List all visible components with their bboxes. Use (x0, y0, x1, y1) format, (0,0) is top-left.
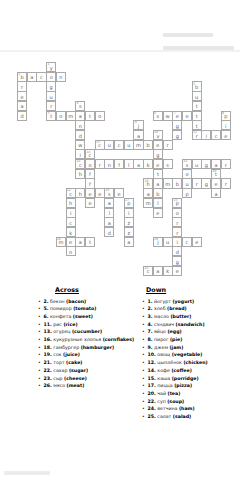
grid-cell: b (143, 140, 153, 150)
across-header: Across (55, 286, 135, 294)
cell-letter: n (105, 161, 113, 169)
grid-cell: 14c (85, 149, 95, 159)
grid-cell: d (75, 130, 85, 140)
cell-letter: r (47, 102, 55, 110)
grid-cell: 9j (133, 120, 143, 130)
cell-letter: u (183, 180, 191, 188)
cell-letter: p (222, 112, 230, 120)
grid-cell: t (85, 237, 95, 247)
grid-cell: h (66, 198, 76, 208)
grid-cell: c (182, 237, 192, 247)
cell-letter: k (67, 229, 75, 237)
clue-answer: (ham) (179, 406, 195, 411)
clue-item: •19. сок (juice) (38, 352, 135, 358)
clue-number: 12. (148, 360, 156, 365)
cell-letter: g (173, 122, 181, 130)
cell-letter: l (125, 161, 133, 169)
clue-number: 20. (148, 391, 156, 396)
clue-item: •22. суп (soup) (142, 399, 239, 405)
clue-item: •8. пирог (pie) (142, 337, 239, 343)
clue-number: 4. (148, 322, 153, 327)
clue-number: 6. (44, 314, 49, 319)
grid-cell: a (17, 101, 27, 111)
grid-cell: 6s (153, 111, 163, 121)
clue-text: 22. сахар (sugar) (44, 368, 136, 374)
cell-letter: o (47, 73, 55, 81)
clue-answer: (cornflakes) (103, 337, 135, 342)
clue-number: 18. (44, 345, 52, 350)
grid-cell: m (163, 178, 173, 188)
grid-cell: l (124, 159, 134, 169)
clue-answer: (bread) (167, 306, 187, 311)
grid-cell: d (17, 111, 27, 121)
cell-letter: c (96, 141, 104, 149)
clue-answer: (sweet) (73, 314, 93, 319)
cell-letter: a (212, 161, 220, 169)
grid-cell: h (75, 169, 85, 179)
cell-letter: a (125, 238, 133, 246)
grid-cell: 12c (66, 188, 76, 198)
cell-letter: t (86, 238, 94, 246)
clue-answer: (bacon) (66, 299, 86, 304)
clue-number: 21. (44, 360, 52, 365)
cell-letter: f (86, 170, 94, 178)
clue-item: •24. ветчина (ham) (142, 406, 239, 412)
grid-cell: 26m (56, 237, 66, 247)
cell-letter: a (105, 199, 113, 207)
clue-item: •21. торт (cake) (38, 360, 135, 366)
clue-answer: (sandwich) (176, 322, 205, 327)
grid-cell: o (46, 72, 56, 82)
clue-answer: (pizza) (174, 383, 192, 388)
grid-cell: a (75, 111, 85, 121)
cell-letter: c (86, 151, 94, 159)
cell-letter: c (67, 219, 75, 227)
cell-letter: l (105, 209, 113, 217)
clue-answer: (cucumber) (72, 329, 102, 334)
cell-letter: f (86, 180, 94, 188)
clue-item: •11. рис (rice) (38, 322, 135, 328)
grid-cell: n (75, 120, 85, 130)
grid-cell: u (192, 159, 202, 169)
grid-cell: m (133, 140, 143, 150)
grid-cell: t (85, 111, 95, 121)
cell-letter: r (193, 180, 201, 188)
cell-letter: s (76, 102, 84, 110)
cell-letter: a (28, 73, 36, 81)
cell-letter: r (173, 229, 181, 237)
cell-letter: z (125, 229, 133, 237)
cell-letter: c (76, 161, 84, 169)
grid-cell: c (114, 140, 124, 150)
grid-cell: u (104, 140, 114, 150)
grid-cell: u (192, 91, 202, 101)
grid-cell: 5t (46, 111, 56, 121)
cell-letter: n (67, 248, 75, 256)
clue-text: 13. огурец (cucumber) (44, 329, 136, 335)
clue-answer: (yogurt) (172, 299, 194, 304)
cell-letter: p (173, 199, 181, 207)
grid-cell: t (153, 169, 163, 179)
cell-letter: e (193, 238, 201, 246)
grid-cell: a (75, 237, 85, 247)
clue-answer: (cheese) (64, 376, 87, 381)
clue-item: •15. каша (porridge) (142, 376, 239, 382)
cell-letter: u (47, 93, 55, 101)
grid-cell: z (124, 227, 134, 237)
clue-answer: (cake) (66, 360, 82, 365)
grid-cell: f (85, 169, 95, 179)
grid-cell: r (192, 178, 202, 188)
cell-letter: e (86, 190, 94, 198)
cell-letter: a (134, 161, 142, 169)
cell-letter: a (144, 190, 152, 198)
cell-letter: m (134, 141, 142, 149)
clue-item: •17. пицца (pizza) (142, 383, 239, 389)
cell-letter: e (18, 93, 26, 101)
cell-letter: u (164, 238, 172, 246)
cell-letter: r (222, 180, 230, 188)
clue-item: •12. цыплёнок (chicken) (142, 360, 239, 366)
cell-letter: b (144, 141, 152, 149)
cell-letter: g (173, 258, 181, 266)
clue-number: 3. (148, 314, 153, 319)
cell-letter: j (134, 122, 142, 130)
cell-letter: g (202, 161, 210, 169)
cell-letter: c (37, 73, 45, 81)
clue-item: •7. яйцо (egg) (142, 329, 239, 335)
grid-cell: i (172, 237, 182, 247)
grid-cell: c (36, 72, 46, 82)
grid-cell: l (104, 208, 114, 218)
cell-letter: h (76, 190, 84, 198)
grid-cell: a (211, 159, 221, 169)
cell-letter: s (154, 112, 162, 120)
clue-number: 9. (148, 345, 153, 350)
cell-letter: e (115, 190, 123, 198)
cell-letter: i (67, 209, 75, 217)
cell-letter: i (76, 151, 84, 159)
clue-number: 24. (148, 406, 156, 411)
across-clues: Across •2. бекон (bacon)•5. помидор (tom… (38, 286, 135, 391)
grid-cell: a (27, 72, 37, 82)
cell-letter: t (193, 122, 201, 130)
grid-cell: e (66, 237, 76, 247)
cell-letter: m (144, 199, 152, 207)
clue-text: 17. пицца (pizza) (148, 383, 240, 389)
clue-answer: (pie) (170, 337, 182, 342)
grid-cell: t (192, 111, 202, 121)
grid-cell: 3b (192, 81, 202, 91)
cell-letter: c (183, 238, 191, 246)
grid-cell: o (56, 111, 66, 121)
grid-cell: e (153, 159, 163, 169)
cell-letter: b (193, 83, 201, 91)
cell-letter: d (105, 229, 113, 237)
clue-answer: (porridge) (172, 376, 199, 381)
clue-answer: (chicken) (183, 360, 207, 365)
clue-number: 1. (148, 299, 153, 304)
grid-cell: o (85, 159, 95, 169)
cell-letter: g (47, 83, 55, 91)
clue-number: 11. (44, 322, 52, 327)
clue-item: •1. йогурт (yogurt) (142, 299, 239, 305)
cell-letter: o (183, 170, 191, 178)
grid-cell: z (124, 217, 134, 227)
clue-number: 25. (148, 414, 156, 419)
cell-letter: h (67, 199, 75, 207)
clue-text: 20. чай (tea) (148, 391, 240, 397)
cell-letter: z (125, 219, 133, 227)
cell-letter: a (18, 102, 26, 110)
clue-text: 6. конфета (sweet) (44, 314, 136, 320)
grid-cell: 11r (192, 130, 202, 140)
clue-text: 15. каша (porridge) (148, 376, 240, 382)
grid-cell: s (163, 159, 173, 169)
cell-letter: e (67, 238, 75, 246)
grid-cell: a (104, 217, 114, 227)
clue-text: 3. масло (butter) (148, 314, 240, 320)
grid-cell: u (163, 237, 173, 247)
cell-letter: r (173, 219, 181, 227)
grid-cell: c (211, 130, 221, 140)
grid-cell: a (133, 130, 143, 140)
grid-cell: i (221, 120, 231, 130)
clue-item: •16. кукурузные хлопья (cornflakes) (38, 337, 135, 343)
clue-answer: (hamburger) (81, 345, 115, 350)
grid-cell: e (211, 178, 221, 188)
clue-item: •18. гамбургер (hamburger) (38, 345, 135, 351)
grid-cell: f (114, 159, 124, 169)
clue-item: •20. чай (tea) (142, 391, 239, 397)
grid-cell: e (114, 188, 124, 198)
clue-item: •4. сэндвич (sandwich) (142, 322, 239, 328)
clue-answer: (vegetable) (172, 352, 203, 357)
grid-cell: t (192, 120, 202, 130)
grid-cell: h (75, 188, 85, 198)
clue-number: 14. (148, 368, 156, 373)
cell-letter: b (154, 190, 162, 198)
cell-letter: a (105, 219, 113, 227)
cell-letter: s (105, 190, 113, 198)
cell-letter: s (164, 161, 172, 169)
grid-cell: 4s (75, 101, 85, 111)
grid-cell: a (104, 198, 114, 208)
grid-cell: n (104, 159, 114, 169)
grid-cell: u (182, 178, 192, 188)
cell-letter: g (202, 180, 210, 188)
cell-letter: c (144, 267, 152, 275)
cell-letter: k (164, 267, 172, 275)
cell-letter: v (154, 132, 162, 140)
crossword-grid: 1y2baconrg3beuuar4std5tomato6sw7eet8pn9j… (0, 0, 240, 300)
cell-letter: n (57, 73, 65, 81)
clue-text: 8. пирог (pie) (148, 337, 240, 343)
clue-answer: (soup) (167, 399, 184, 404)
clue-text: 14. кофе (coffee) (148, 368, 240, 374)
grid-cell: e (221, 130, 231, 140)
clue-text: 22. суп (soup) (148, 399, 240, 405)
clue-item: •2. бекон (bacon) (38, 299, 135, 305)
cell-letter: m (164, 180, 172, 188)
grid-cell: n (56, 72, 66, 82)
cell-letter: t (193, 102, 201, 110)
cell-letter: e (154, 141, 162, 149)
cell-letter: o (173, 209, 181, 217)
grid-cell: 7e (172, 111, 182, 121)
cell-letter: y (47, 64, 55, 72)
cell-letter: p (183, 190, 191, 198)
cell-letter: o (57, 112, 65, 120)
cell-letter: w (164, 112, 172, 120)
cell-letter: b (173, 180, 181, 188)
grid-cell: r (221, 159, 231, 169)
cell-letter: u (193, 161, 201, 169)
grid-cell: o (95, 111, 105, 121)
grid-cell: m (66, 111, 76, 121)
grid-cell: b (153, 188, 163, 198)
grid-cell: r (172, 217, 182, 227)
clue-number: 22. (44, 368, 52, 373)
cell-letter: j (154, 238, 162, 246)
cell-letter: m (57, 238, 65, 246)
worksheet-page: { "game": "crossword", "language": "Russ… (0, 0, 240, 480)
grid-cell: n (66, 246, 76, 256)
grid-cell: g (201, 178, 211, 188)
grid-cell: o (172, 208, 182, 218)
grid-cell: 1y (46, 62, 56, 72)
grid-cell: a (143, 188, 153, 198)
clue-number: 5. (44, 306, 49, 311)
clue-number: 22. (148, 399, 156, 404)
clue-number: 2. (148, 306, 153, 311)
down-header: Down (146, 286, 239, 294)
cell-letter: c (67, 190, 75, 198)
grid-cell: e (172, 266, 182, 276)
cell-letter: d (76, 132, 84, 140)
clue-text: 21. торт (cake) (44, 360, 136, 366)
grid-cell: e (192, 237, 202, 247)
grid-cell: r (221, 178, 231, 188)
cell-letter: w (76, 141, 84, 149)
clue-item: •2. хлеб (bread) (142, 306, 239, 312)
cell-letter: c (212, 132, 220, 140)
clue-text: 10. овощ (vegetable) (148, 352, 240, 358)
cell-letter: u (105, 141, 113, 149)
cell-letter: g (173, 132, 181, 140)
cell-letter: s (183, 161, 191, 169)
grid-cell: e (153, 208, 163, 218)
grid-cell: e (95, 188, 105, 198)
down-clue-list: •1. йогурт (yogurt)•2. хлеб (bread)•3. м… (142, 299, 239, 421)
grid-cell: r (95, 159, 105, 169)
clue-item: •6. конфета (sweet) (38, 314, 135, 320)
cell-letter: c (115, 141, 123, 149)
clue-number: 8. (148, 337, 153, 342)
grid-cell: g (172, 256, 182, 266)
clue-number: 19. (44, 352, 52, 357)
cell-letter: h (144, 180, 152, 188)
cell-letter: t (86, 112, 94, 120)
grid-cell: 2b (17, 72, 27, 82)
clue-text: 19. сок (juice) (44, 352, 136, 358)
cell-letter: d (18, 112, 26, 120)
cell-letter: a (76, 238, 84, 246)
grid-cell: l (153, 198, 163, 208)
clue-item: •5. помидор (tomato) (38, 306, 135, 312)
clue-text: 2. бекон (bacon) (44, 299, 136, 305)
cell-letter: n (76, 122, 84, 130)
clue-text: 4. сэндвич (sandwich) (148, 322, 240, 328)
grid-cell: c (66, 217, 76, 227)
clue-answer: (coffee) (171, 368, 191, 373)
grid-cell: u (46, 91, 56, 101)
cell-letter: o (86, 161, 94, 169)
clue-number: 7. (148, 329, 153, 334)
grid-cell: a (153, 178, 163, 188)
grid-cell: 8p (221, 111, 231, 121)
clue-text: 2. хлеб (bread) (148, 306, 240, 312)
grid-cell: o (182, 169, 192, 179)
grid-cell: b (172, 178, 182, 188)
clue-text: 26. мясо (meat) (44, 383, 136, 389)
cell-letter: u (125, 141, 133, 149)
clue-text: 16. кукурузные хлопья (cornflakes) (44, 337, 136, 343)
clue-answer: (rice) (63, 322, 77, 327)
grid-cell: 10v (153, 130, 163, 140)
grid-cell: w (75, 140, 85, 150)
clue-answer: (sugar) (69, 368, 88, 373)
cell-letter: e (173, 112, 181, 120)
grid-cell: r (17, 81, 27, 91)
cell-letter: a (134, 132, 142, 140)
cell-letter: e (183, 112, 191, 120)
clue-text: 25. салат (salad) (148, 414, 240, 420)
cell-letter: h (76, 170, 84, 178)
cell-letter: e (222, 132, 230, 140)
clue-text: 23. сыр (cheese) (44, 376, 136, 382)
clue-text: 24. ветчина (ham) (148, 406, 240, 412)
grid-cell: g (172, 130, 182, 140)
clue-text: 12. цыплёнок (chicken) (148, 360, 240, 366)
grid-cell: g (172, 120, 182, 130)
grid-cell: m (143, 198, 153, 208)
clue-answer: (egg) (167, 329, 181, 334)
grid-cell: e (85, 188, 95, 198)
clue-answer: (salad) (173, 414, 191, 419)
grid-cell: r (172, 227, 182, 237)
cell-letter: r (193, 132, 201, 140)
cell-letter: o (96, 112, 104, 120)
clue-item: •22. сахар (sugar) (38, 368, 135, 374)
grid-cell: 17p (124, 198, 134, 208)
cell-letter: u (193, 93, 201, 101)
cell-letter: e (96, 190, 104, 198)
clue-number: 26. (44, 383, 52, 388)
clue-answer: (tomato) (73, 306, 96, 311)
cell-letter: m (67, 112, 75, 120)
grid-cell: g (201, 159, 211, 169)
grid-cell: 18h (143, 178, 153, 188)
grid-cell: 19j (153, 237, 163, 247)
cell-letter: e (212, 180, 220, 188)
grid-cell: 25s (104, 188, 114, 198)
cell-letter: a (154, 267, 162, 275)
cell-letter: g (154, 151, 162, 159)
grid-cell: d (104, 227, 114, 237)
grid-cell: w (163, 111, 173, 121)
grid-cell: d (172, 246, 182, 256)
